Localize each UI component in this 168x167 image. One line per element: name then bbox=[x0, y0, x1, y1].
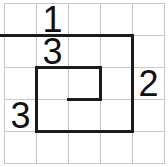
cell[interactable] bbox=[69, 4, 101, 36]
cell[interactable] bbox=[69, 36, 101, 68]
cell[interactable] bbox=[37, 132, 69, 164]
cell[interactable] bbox=[133, 100, 165, 132]
cell[interactable] bbox=[69, 132, 101, 164]
slitherlink-board: 1323 bbox=[0, 0, 168, 167]
cell[interactable] bbox=[133, 4, 165, 36]
cell[interactable] bbox=[37, 68, 69, 100]
cell[interactable] bbox=[101, 68, 133, 100]
cell[interactable] bbox=[5, 4, 37, 36]
cell[interactable] bbox=[5, 132, 37, 164]
cell[interactable]: 3 bbox=[37, 36, 69, 68]
cell[interactable] bbox=[5, 36, 37, 68]
cell[interactable] bbox=[133, 132, 165, 164]
cell[interactable] bbox=[69, 68, 101, 100]
cell[interactable] bbox=[101, 36, 133, 68]
cell[interactable] bbox=[101, 132, 133, 164]
cell-grid: 1323 bbox=[4, 3, 165, 164]
cell[interactable]: 3 bbox=[5, 100, 37, 132]
cell[interactable] bbox=[69, 100, 101, 132]
cell[interactable] bbox=[37, 100, 69, 132]
cell[interactable] bbox=[101, 100, 133, 132]
cell[interactable] bbox=[101, 4, 133, 36]
cell[interactable]: 2 bbox=[133, 68, 165, 100]
